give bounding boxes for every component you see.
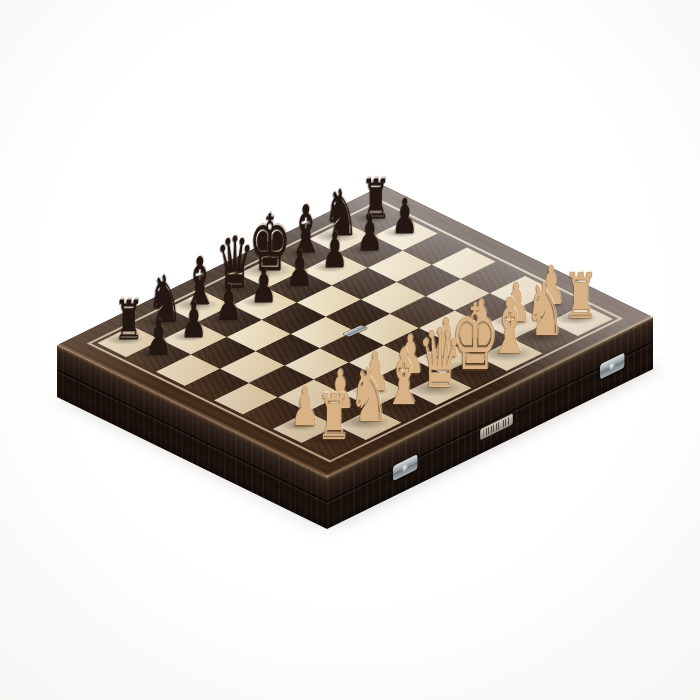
- piece-contact-shadow: [305, 433, 352, 447]
- piece-contact-shadow: [312, 229, 359, 243]
- piece-contact-shadow: [477, 345, 534, 362]
- chess-set-photo: ♜♞♝♛♚♝♞♜♟♟♟♟♟♟♟♟♟♟♟♟♟♟♟♟♜♞♝♛♚♝♞♜: [0, 0, 700, 700]
- piece-white-pawn-f2: ♟: [462, 306, 500, 348]
- piece-contact-shadow: [206, 314, 242, 325]
- piece-contact-shadow: [436, 360, 503, 380]
- piece-contact-shadow: [350, 385, 390, 397]
- piece-white-bishop-f1: ♝: [483, 305, 537, 365]
- piece-black-pawn-e7: ♟: [283, 255, 317, 293]
- piece-contact-shadow: [312, 262, 348, 273]
- knight-glyph: ♞: [147, 269, 182, 333]
- piece-black-bishop-f8: ♝: [283, 212, 329, 264]
- pawn-glyph: ♟: [357, 210, 383, 258]
- piece-white-pawn-b2: ♟: [321, 375, 359, 417]
- bishop-glyph: ♝: [383, 340, 425, 416]
- knight-glyph: ♞: [324, 182, 359, 246]
- piece-contact-shadow: [237, 262, 295, 279]
- pawn-glyph: ♟: [216, 279, 242, 327]
- piece-white-pawn-g2: ♟: [497, 288, 535, 330]
- piece-black-queen-d8: ♛: [210, 243, 259, 298]
- pawn-glyph: ♟: [181, 296, 207, 344]
- piece-black-knight-b8: ♞: [142, 283, 187, 333]
- piece-black-pawn-d7: ♟: [248, 272, 282, 310]
- piece-contact-shadow: [347, 245, 383, 256]
- piece-contact-shadow: [552, 312, 599, 326]
- piece-white-knight-b1: ♞: [343, 376, 395, 434]
- piece-white-pawn-d2: ♟: [392, 340, 430, 382]
- pawn-glyph: ♟: [325, 363, 354, 417]
- pawn-glyph: ♟: [286, 245, 312, 293]
- piece-black-bishop-c8: ♝: [177, 264, 223, 316]
- piece-white-pawn-a2: ♟: [286, 392, 324, 434]
- pawn-glyph: ♟: [537, 259, 566, 313]
- piece-contact-shadow: [242, 297, 278, 308]
- pawn-glyph: ♟: [431, 311, 460, 365]
- pawn-glyph: ♟: [322, 227, 348, 275]
- pawn-glyph: ♟: [466, 294, 495, 348]
- king-glyph: ♚: [450, 293, 499, 383]
- piece-white-bishop-c1: ♝: [378, 357, 432, 417]
- piece-black-rook-a8: ♜: [110, 306, 148, 348]
- piece-black-pawn-a7: ♟: [142, 324, 176, 362]
- pieces-layer: ♜♞♝♛♚♝♞♜♟♟♟♟♟♟♟♟♟♟♟♟♟♟♟♟♜♞♝♛♚♝♞♜: [0, 0, 700, 700]
- piece-contact-shadow: [456, 333, 496, 345]
- bishop-glyph: ♝: [182, 249, 218, 315]
- pawn-glyph: ♟: [251, 262, 277, 310]
- piece-contact-shadow: [385, 367, 425, 379]
- rook-glyph: ♜: [317, 387, 351, 450]
- queen-glyph: ♛: [216, 228, 255, 299]
- piece-contact-shadow: [315, 402, 355, 414]
- piece-contact-shadow: [351, 213, 391, 225]
- piece-contact-shadow: [171, 331, 207, 342]
- piece-contact-shadow: [421, 350, 461, 362]
- knight-glyph: ♞: [349, 360, 389, 434]
- piece-white-king-e1: ♚: [443, 313, 506, 383]
- piece-contact-shadow: [277, 279, 313, 290]
- piece-white-pawn-c2: ♟: [356, 357, 394, 399]
- bishop-glyph: ♝: [489, 288, 531, 364]
- piece-white-pawn-e2: ♟: [427, 323, 465, 365]
- piece-contact-shadow: [383, 228, 419, 239]
- piece-black-pawn-g7: ♟: [353, 220, 387, 258]
- piece-contact-shadow: [280, 419, 320, 431]
- pawn-glyph: ♟: [396, 328, 425, 382]
- piece-contact-shadow: [276, 246, 325, 260]
- rook-glyph: ♜: [361, 173, 391, 227]
- piece-white-rook-h1: ♜: [559, 279, 603, 328]
- piece-white-pawn-h2: ♟: [533, 271, 571, 313]
- piece-black-pawn-f7: ♟: [318, 238, 352, 276]
- piece-contact-shadow: [526, 298, 566, 310]
- pawn-glyph: ♟: [392, 193, 418, 241]
- piece-white-queen-d1: ♛: [411, 336, 468, 400]
- piece-black-pawn-b7: ♟: [177, 307, 211, 345]
- piece-black-pawn-h7: ♟: [389, 203, 423, 241]
- piece-contact-shadow: [491, 316, 531, 328]
- piece-contact-shadow: [404, 379, 465, 397]
- piece-black-pawn-c7: ♟: [212, 290, 246, 328]
- piece-contact-shadow: [104, 334, 144, 346]
- pawn-glyph: ♟: [290, 380, 319, 434]
- pawn-glyph: ♟: [145, 314, 171, 362]
- king-glyph: ♚: [249, 204, 291, 282]
- piece-white-knight-g1: ♞: [519, 289, 571, 347]
- piece-contact-shadow: [513, 328, 568, 344]
- piece-black-knight-g8: ♞: [319, 196, 364, 246]
- knight-glyph: ♞: [525, 273, 565, 347]
- piece-contact-shadow: [337, 414, 392, 430]
- piece-contact-shadow: [371, 397, 428, 414]
- pawn-glyph: ♟: [360, 346, 389, 400]
- queen-glyph: ♛: [417, 318, 462, 400]
- piece-white-rook-a1: ♜: [312, 400, 356, 449]
- rook-glyph: ♜: [115, 294, 145, 348]
- piece-black-rook-h8: ♜: [357, 185, 395, 227]
- piece-contact-shadow: [136, 315, 183, 329]
- piece-black-king-e8: ♚: [243, 221, 297, 282]
- piece-contact-shadow: [170, 298, 219, 312]
- bishop-glyph: ♝: [288, 197, 324, 263]
- pawn-glyph: ♟: [501, 277, 530, 331]
- piece-contact-shadow: [204, 280, 256, 295]
- piece-contact-shadow: [136, 349, 172, 360]
- rook-glyph: ♜: [563, 265, 597, 328]
